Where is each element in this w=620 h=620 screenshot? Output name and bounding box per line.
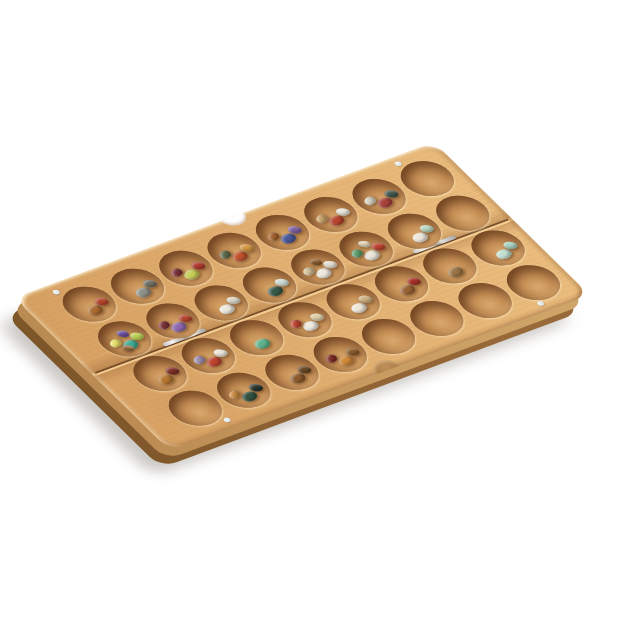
gemstone <box>251 337 272 351</box>
gemstone <box>169 267 185 278</box>
gemstone <box>265 231 281 242</box>
gemstone <box>107 338 123 349</box>
gemstone <box>445 265 466 279</box>
gemstone <box>301 266 317 277</box>
gemstone <box>309 258 322 265</box>
photo-background <box>0 0 620 620</box>
magnet-dot-back-right <box>393 161 403 167</box>
gemstone <box>314 213 330 224</box>
gemstone <box>323 353 339 364</box>
magnet-dot-front-left <box>222 417 232 423</box>
gemstone <box>362 196 378 207</box>
gemstone <box>191 355 207 366</box>
gemstone <box>288 319 304 330</box>
gemstone <box>156 320 172 331</box>
magnet-dot-front-right <box>536 300 546 306</box>
gemstone <box>227 389 243 400</box>
thumb-notch-back-edge <box>211 203 252 229</box>
gemstone <box>349 248 365 259</box>
gemstone <box>116 330 129 337</box>
magnet-dot-back-left <box>51 289 61 295</box>
gemstone <box>217 249 233 260</box>
gemstone <box>358 240 371 247</box>
